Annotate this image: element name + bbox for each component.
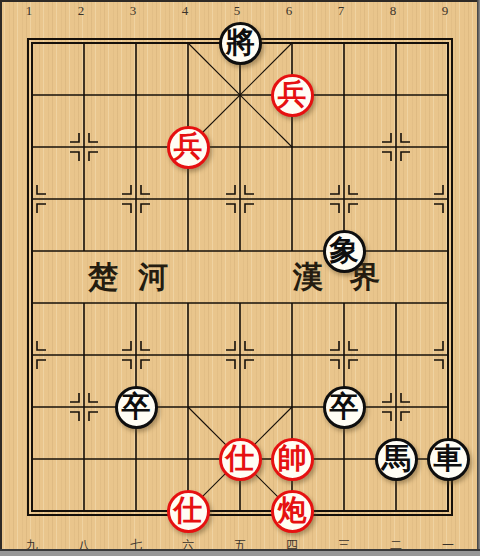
file-label-top-4: 4 [173, 4, 197, 18]
window-edge-bottom [0, 549, 480, 556]
red-advisor-a-piece[interactable]: 仕 [219, 438, 262, 481]
file-label-top-7: 7 [329, 4, 353, 18]
file-label-top-1: 1 [17, 4, 41, 18]
black-general-piece[interactable]: 將 [219, 22, 262, 65]
file-label-top-8: 8 [381, 4, 405, 18]
red-cannon-glyph: 炮 [278, 496, 307, 525]
black-soldier-b-glyph: 卒 [330, 392, 359, 421]
black-soldier-a-piece[interactable]: 卒 [115, 386, 158, 429]
file-label-top-5: 5 [225, 4, 249, 18]
red-advisor-b-glyph: 仕 [174, 496, 203, 525]
window-edge-left [0, 0, 2, 556]
black-chariot-glyph: 車 [434, 444, 463, 473]
river-label-chu-he: 楚河 [88, 259, 188, 295]
xiangqi-board: 123456789 楚河 漢界 將兵兵象卒卒仕帥馬車仕炮 九八七六五四三二一 [0, 0, 480, 556]
black-general-glyph: 將 [226, 28, 255, 57]
red-cannon-piece[interactable]: 炮 [271, 490, 314, 533]
window-edge-top [0, 0, 480, 2]
red-soldier-b-piece[interactable]: 兵 [167, 126, 210, 169]
red-soldier-b-glyph: 兵 [174, 132, 203, 161]
black-soldier-b-piece[interactable]: 卒 [323, 386, 366, 429]
black-elephant-piece[interactable]: 象 [323, 230, 366, 273]
red-advisor-b-piece[interactable]: 仕 [167, 490, 210, 533]
file-label-top-3: 3 [121, 4, 145, 18]
black-soldier-a-glyph: 卒 [122, 392, 151, 421]
file-label-top-2: 2 [69, 4, 93, 18]
red-general-glyph: 帥 [278, 444, 307, 473]
black-chariot-piece[interactable]: 車 [427, 438, 470, 481]
black-elephant-glyph: 象 [330, 236, 359, 265]
red-advisor-a-glyph: 仕 [226, 444, 255, 473]
red-general-piece[interactable]: 帥 [271, 438, 314, 481]
black-horse-glyph: 馬 [382, 444, 411, 473]
red-soldier-a-glyph: 兵 [278, 80, 307, 109]
file-label-top-9: 9 [433, 4, 457, 18]
black-horse-piece[interactable]: 馬 [375, 438, 418, 481]
file-label-top-6: 6 [277, 4, 301, 18]
red-soldier-a-piece[interactable]: 兵 [271, 74, 314, 117]
